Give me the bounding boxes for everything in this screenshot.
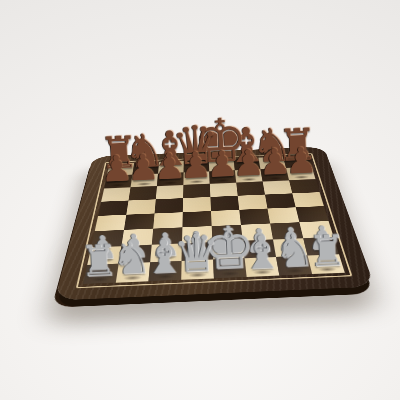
piece-white-rook: ♜ [62,240,136,284]
square-a5 [98,201,128,216]
square-f1: ♝ [245,257,280,277]
square-d5 [183,197,211,212]
square-h7: ♟ [286,167,315,180]
square-h6 [289,179,319,193]
product-photo-stage: ♜♞♝♛♚♝♞♜♟♟♟♟♟♟♟♟♟♟♟♟♟♟♟♟♜♞♝♛♚♝♞♜ [0,0,400,400]
board-scene: ♜♞♝♛♚♝♞♜♟♟♟♟♟♟♟♟♟♟♟♟♟♟♟♟♜♞♝♛♚♝♞♜ [40,40,382,382]
piece-white-bishop: ♝ [127,233,201,280]
square-d6 [183,184,210,198]
square-h5 [292,192,324,207]
square-g5 [265,193,296,208]
square-c6 [156,185,184,199]
square-a6 [101,187,130,201]
square-h1: ♜ [308,254,345,274]
piece-black-pawn: ♟ [271,143,331,180]
square-e6 [210,183,238,197]
square-a1: ♜ [83,264,119,284]
square-g6 [263,180,293,194]
chess-board: ♜♞♝♛♚♝♞♜♟♟♟♟♟♟♟♟♟♟♟♟♟♟♟♟♜♞♝♛♚♝♞♜ [54,147,374,301]
piece-white-rook: ♜ [290,230,364,274]
square-b6 [128,186,156,200]
board-squares: ♜♞♝♛♚♝♞♜♟♟♟♟♟♟♟♟♟♟♟♟♟♟♟♟♜♞♝♛♚♝♞♜ [83,156,345,285]
piece-white-bishop: ♝ [225,229,299,276]
square-b5 [126,199,155,214]
square-c5 [155,198,184,213]
board-inlay-border: ♜♞♝♛♚♝♞♜♟♟♟♟♟♟♟♟♟♟♟♟♟♟♟♟♜♞♝♛♚♝♞♜ [76,153,353,288]
square-f6 [236,181,265,195]
square-f5 [238,195,268,210]
square-c1: ♝ [149,261,182,281]
square-e5 [210,196,239,211]
